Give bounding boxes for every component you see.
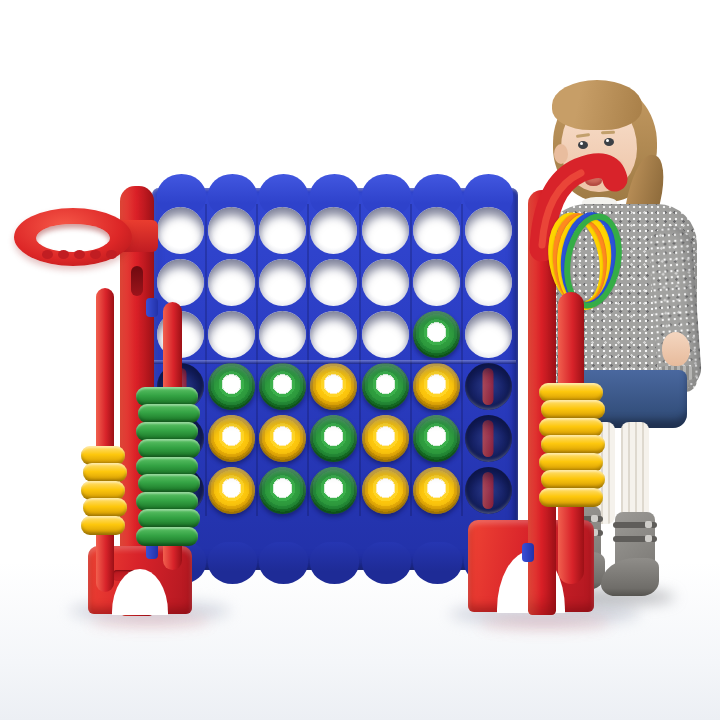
cell-r5c5[interactable] [361,412,412,464]
yellow-stack-ring[interactable] [81,516,125,535]
board-clip-tab [146,298,158,317]
yellow-ring-piece [362,467,409,514]
empty-hole [310,207,357,254]
green-stack-ring[interactable] [136,527,198,546]
scallop-bump [413,542,462,584]
product-photo-scene [0,0,720,720]
green-stack-ring[interactable] [136,457,198,476]
cell-r6c2[interactable] [207,464,258,516]
scallop-bump [310,542,359,584]
left-post-slot [131,266,143,296]
yellow-stack-ring[interactable] [539,488,603,507]
cell-r5c4[interactable] [309,412,360,464]
hoop-scallop-tooth [42,250,53,259]
cell-r1c6[interactable] [412,204,463,256]
empty-hole [310,311,357,358]
yellow-stack-ring[interactable] [539,453,603,472]
green-ring-stack[interactable] [137,388,199,546]
empty-hole [157,259,204,306]
cell-r2c6[interactable] [412,256,463,308]
hoop-scallop-tooth [58,250,69,259]
connect-four-board [152,188,518,570]
empty-hole [208,207,255,254]
hoop-scallop-tooth [106,250,117,259]
yellow-stack-ring[interactable] [539,383,603,402]
empty-hole [259,207,306,254]
yellow-ring-piece [413,363,460,410]
green-stack-ring[interactable] [136,492,198,511]
left-front-ring-post [96,288,114,592]
empty-hole [413,259,460,306]
hoop-scallop-tooth [74,250,85,259]
floor-reflection-right [480,616,610,630]
board-half-seam [154,360,516,364]
yellow-stack-ring[interactable] [539,418,603,437]
scallop-bump [362,542,411,584]
empty-hole [413,207,460,254]
green-ring-piece [310,467,357,514]
scallop-bump [259,542,308,584]
cell-r1c4[interactable] [309,204,360,256]
green-stack-ring[interactable] [138,404,200,423]
floor-reflection-left [90,614,210,628]
cell-r4c6[interactable] [412,360,463,412]
cell-r2c1[interactable] [156,256,207,308]
cell-r6c6[interactable] [412,464,463,516]
empty-hole [310,259,357,306]
cell-r3c2[interactable] [207,308,258,360]
green-stack-ring[interactable] [136,422,198,441]
empty-hole [259,259,306,306]
scallop-bump [208,542,257,584]
empty-hole [157,207,204,254]
cell-r4c3[interactable] [258,360,309,412]
cell-r5c7[interactable] [463,412,514,464]
green-ring-piece [413,415,460,462]
cell-r1c2[interactable] [207,204,258,256]
cell-r1c5[interactable] [361,204,412,256]
empty-hole [465,207,512,254]
girl-leg [621,422,649,524]
green-ring-piece [310,415,357,462]
cell-r6c7[interactable] [463,464,514,516]
yellow-ring-piece [362,415,409,462]
cell-r6c5[interactable] [361,464,412,516]
cell-r2c3[interactable] [258,256,309,308]
yellow-stack-ring[interactable] [541,470,605,489]
empty-hole [465,259,512,306]
empty-hole [465,363,512,410]
yellow-ring-stack-right[interactable] [540,384,604,507]
cell-r2c2[interactable] [207,256,258,308]
cell-r5c2[interactable] [207,412,258,464]
yellow-stack-ring[interactable] [541,435,605,454]
cell-r2c4[interactable] [309,256,360,308]
empty-hole [362,311,409,358]
yellow-stack-ring[interactable] [83,463,127,482]
cell-r3c4[interactable] [309,308,360,360]
green-ring-piece [259,363,306,410]
empty-hole [362,259,409,306]
green-stack-ring[interactable] [138,509,200,528]
empty-hole [465,311,512,358]
green-ring-piece [413,311,460,358]
green-stack-ring[interactable] [136,387,198,406]
cell-r5c6[interactable] [412,412,463,464]
cell-r5c3[interactable] [258,412,309,464]
yellow-ring-piece [310,363,357,410]
cell-r3c7[interactable] [463,308,514,360]
cell-r3c5[interactable] [361,308,412,360]
empty-hole [208,259,255,306]
cell-r2c7[interactable] [463,256,514,308]
cell-r6c4[interactable] [309,464,360,516]
cell-r4c5[interactable] [361,360,412,412]
cell-r2c5[interactable] [361,256,412,308]
cell-r3c6[interactable] [412,308,463,360]
hanging-rings [549,212,619,304]
empty-hole [465,415,512,462]
empty-hole [259,311,306,358]
yellow-stack-ring[interactable] [81,446,125,465]
yellow-stack-ring[interactable] [81,481,125,500]
basketball-hoop-opening [36,224,110,252]
empty-hole [362,207,409,254]
yellow-ring-piece [208,415,255,462]
green-stack-ring[interactable] [138,474,200,493]
cell-r4c2[interactable] [207,360,258,412]
cell-r1c3[interactable] [258,204,309,256]
cell-r3c3[interactable] [258,308,309,360]
girl-bangs [552,80,642,130]
cell-r1c1[interactable] [156,204,207,256]
yellow-stack-ring[interactable] [541,400,605,419]
girl-hand [662,332,690,366]
cell-r4c4[interactable] [309,360,360,412]
green-ring-piece [208,363,255,410]
yellow-ring-piece [413,467,460,514]
yellow-ring-piece [208,467,255,514]
hoop-scallop-tooth [90,250,101,259]
green-stack-ring[interactable] [138,439,200,458]
yellow-stack-ring[interactable] [83,498,127,517]
yellow-ring-piece [259,415,306,462]
empty-hole [208,311,255,358]
empty-hole [465,467,512,514]
green-ring-piece [362,363,409,410]
green-ring-piece [259,467,306,514]
board-clip-tab [522,543,534,562]
girl-eyebrow [601,131,615,134]
yellow-ring-stack-left[interactable] [82,447,126,535]
cell-r1c7[interactable] [463,204,514,256]
girl-boot [601,512,659,598]
cell-r4c7[interactable] [463,360,514,412]
embossed-logo [112,570,146,581]
cell-r6c3[interactable] [258,464,309,516]
